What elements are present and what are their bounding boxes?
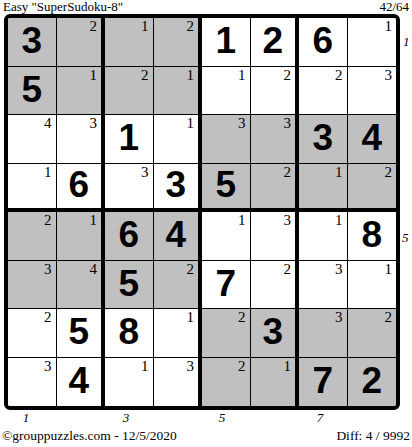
given-digit: 2 (251, 18, 296, 66)
cell-r1c5[interactable]: 1 (202, 18, 251, 67)
pencil-mark: 3 (238, 115, 246, 132)
pencil-mark: 2 (284, 67, 292, 84)
cell-r3c7[interactable]: 3 (299, 115, 348, 164)
col-label-1: 1 (16, 411, 36, 425)
cell-r8c5[interactable]: 2 (202, 358, 251, 407)
cell-r8c7[interactable]: 7 (299, 358, 348, 407)
given-digit: 1 (202, 18, 250, 66)
pencil-mark: 1 (187, 67, 195, 84)
cell-r6c7[interactable]: 3 (299, 261, 348, 310)
pencil-mark: 2 (385, 309, 393, 326)
cell-r3c5[interactable]: 3 (202, 115, 251, 164)
col-label-3: 3 (116, 411, 136, 425)
pencil-mark: 3 (335, 309, 343, 326)
pencil-mark: 2 (44, 212, 52, 229)
cell-r7c7[interactable]: 3 (299, 309, 348, 358)
pencil-mark: 3 (44, 261, 52, 278)
pencil-mark: 3 (284, 212, 292, 229)
given-digit: 5 (105, 261, 153, 309)
given-digit: 4 (154, 212, 199, 260)
cell-r4c5[interactable]: 5 (202, 164, 251, 213)
cell-r7c2[interactable]: 5 (57, 309, 106, 358)
cell-r2c1[interactable]: 5 (8, 67, 57, 116)
cell-r4c1[interactable]: 1 (8, 164, 57, 213)
cell-r5c3[interactable]: 6 (105, 212, 154, 261)
cell-r4c4[interactable]: 3 (154, 164, 203, 213)
cell-r7c3[interactable]: 8 (105, 309, 154, 358)
cell-r7c4[interactable]: 1 (154, 309, 203, 358)
pencil-mark: 2 (187, 18, 195, 35)
pencil-mark: 2 (44, 309, 52, 326)
cell-r5c1[interactable]: 2 (8, 212, 57, 261)
cell-r5c5[interactable]: 1 (202, 212, 251, 261)
cell-r6c1[interactable]: 3 (8, 261, 57, 310)
puzzle-title: Easy "SuperSudoku-8" (3, 0, 123, 14)
pencil-mark: 1 (44, 164, 52, 181)
pencil-mark: 2 (141, 67, 149, 84)
col-label-5: 5 (212, 411, 232, 425)
pencil-mark: 2 (385, 164, 393, 181)
pencil-mark: 1 (284, 358, 292, 375)
cell-r8c4[interactable]: 3 (154, 358, 203, 407)
given-digit: 8 (348, 212, 397, 260)
given-digit: 3 (154, 164, 199, 209)
pencil-mark: 1 (385, 261, 393, 278)
footer: ©grouppuzzles.com - 12/5/2020 Diff: 4 / … (0, 428, 412, 444)
cell-r1c2[interactable]: 2 (57, 18, 106, 67)
pencil-mark: 3 (385, 67, 393, 84)
given-digit: 5 (8, 67, 56, 115)
cell-r6c4[interactable]: 2 (154, 261, 203, 310)
cell-counter: 42/64 (379, 0, 409, 14)
cell-r4c6[interactable]: 2 (251, 164, 300, 213)
cell-r3c3[interactable]: 1 (105, 115, 154, 164)
pencil-mark: 1 (187, 115, 195, 132)
pencil-mark: 2 (238, 309, 246, 326)
pencil-mark: 2 (238, 358, 246, 375)
given-digit: 7 (202, 261, 250, 309)
cell-r1c6[interactable]: 2 (251, 18, 300, 67)
pencil-mark: 4 (90, 261, 98, 278)
cell-r7c5[interactable]: 2 (202, 309, 251, 358)
pencil-mark: 1 (90, 212, 98, 229)
cell-r6c6[interactable]: 2 (251, 261, 300, 310)
cell-r3c1[interactable]: 4 (8, 115, 57, 164)
cell-r7c6[interactable]: 3 (251, 309, 300, 358)
col-label-7: 7 (310, 411, 330, 425)
puzzle-page: Easy "SuperSudoku-8" 42/64 3212126151211… (0, 0, 412, 447)
cell-r6c5[interactable]: 7 (202, 261, 251, 310)
pencil-mark: 2 (187, 261, 195, 278)
given-digit: 5 (202, 164, 250, 209)
cell-r2c5[interactable]: 1 (202, 67, 251, 116)
cell-r5c7[interactable]: 1 (299, 212, 348, 261)
cell-r5c4[interactable]: 4 (154, 212, 203, 261)
cell-r8c2[interactable]: 4 (57, 358, 106, 407)
given-digit: 4 (348, 115, 397, 163)
cell-r2c8[interactable]: 3 (348, 67, 397, 116)
pencil-mark: 4 (44, 115, 52, 132)
given-digit: 3 (299, 115, 347, 163)
pencil-mark: 1 (238, 67, 246, 84)
given-digit: 6 (57, 164, 102, 209)
given-digit: 1 (105, 115, 153, 163)
given-digit: 3 (8, 18, 56, 66)
cell-r4c8[interactable]: 2 (348, 164, 397, 213)
cell-r8c8[interactable]: 2 (348, 358, 397, 407)
cell-r4c2[interactable]: 6 (57, 164, 106, 213)
pencil-mark: 1 (141, 18, 149, 35)
pencil-mark: 3 (44, 358, 52, 375)
cell-r6c3[interactable]: 5 (105, 261, 154, 310)
given-digit: 4 (57, 358, 102, 407)
cell-r1c3[interactable]: 1 (105, 18, 154, 67)
pencil-mark: 2 (284, 261, 292, 278)
given-digit: 6 (105, 212, 153, 260)
cell-r2c4[interactable]: 1 (154, 67, 203, 116)
cell-r2c3[interactable]: 2 (105, 67, 154, 116)
pencil-mark: 2 (284, 164, 292, 181)
cell-r1c7[interactable]: 6 (299, 18, 348, 67)
cell-r3c4[interactable]: 1 (154, 115, 203, 164)
pencil-mark: 1 (385, 18, 393, 35)
pencil-mark: 3 (141, 164, 149, 181)
cell-r2c7[interactable]: 2 (299, 67, 348, 116)
given-digit: 2 (348, 358, 397, 407)
pencil-mark: 1 (187, 309, 195, 326)
cell-r3c6[interactable]: 3 (251, 115, 300, 164)
pencil-mark: 3 (187, 358, 195, 375)
cell-r8c3[interactable]: 1 (105, 358, 154, 407)
pencil-mark: 1 (335, 212, 343, 229)
cell-r1c8[interactable]: 1 (348, 18, 397, 67)
cell-r4c7[interactable]: 1 (299, 164, 348, 213)
pencil-mark: 3 (284, 115, 292, 132)
given-digit: 3 (251, 309, 296, 357)
cell-r3c8[interactable]: 4 (348, 115, 397, 164)
cell-r2c6[interactable]: 2 (251, 67, 300, 116)
cell-r5c6[interactable]: 3 (251, 212, 300, 261)
pencil-mark: 3 (335, 261, 343, 278)
row-label-1: 1 (403, 35, 412, 48)
cell-r5c2[interactable]: 1 (57, 212, 106, 261)
pencil-mark: 1 (141, 358, 149, 375)
sudoku-board: 3212126151211223431133341633521221641318… (4, 14, 400, 410)
cell-r5c8[interactable]: 8 (348, 212, 397, 261)
cell-r2c2[interactable]: 1 (57, 67, 106, 116)
pencil-mark: 1 (238, 212, 246, 229)
cell-r7c8[interactable]: 2 (348, 309, 397, 358)
copyright-text: ©grouppuzzles.com - 12/5/2020 (2, 428, 177, 444)
cell-r3c2[interactable]: 3 (57, 115, 106, 164)
pencil-mark: 2 (90, 18, 98, 35)
pencil-mark: 2 (335, 67, 343, 84)
given-digit: 6 (299, 18, 347, 66)
given-digit: 5 (57, 309, 102, 357)
cell-r1c1[interactable]: 3 (8, 18, 57, 67)
row-label-5: 5 (402, 231, 412, 244)
cell-r7c1[interactable]: 2 (8, 309, 57, 358)
pencil-mark: 3 (90, 115, 98, 132)
cell-r4c3[interactable]: 3 (105, 164, 154, 213)
cell-r1c4[interactable]: 2 (154, 18, 203, 67)
cell-r6c2[interactable]: 4 (57, 261, 106, 310)
given-digit: 7 (299, 358, 347, 407)
cell-r8c1[interactable]: 3 (8, 358, 57, 407)
cell-r6c8[interactable]: 1 (348, 261, 397, 310)
pencil-mark: 1 (335, 164, 343, 181)
cell-r8c6[interactable]: 1 (251, 358, 300, 407)
given-digit: 8 (105, 309, 153, 357)
pencil-mark: 1 (90, 67, 98, 84)
difficulty-text: Diff: 4 / 9992 (336, 428, 410, 444)
